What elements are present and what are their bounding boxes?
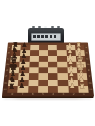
coord-label: 7	[20, 93, 24, 96]
square-h6	[27, 86, 37, 93]
coord-label: C	[6, 58, 10, 60]
coord-label: G	[88, 82, 92, 85]
chess-set-photo: 87654321AABBCCDDEEFFGGHH ♜♟♟♜♞♟♟♞♝♟♟♝♛♟♟…	[0, 0, 95, 126]
clock-button	[38, 26, 41, 28]
clock-button	[32, 26, 35, 28]
coord-label: H	[2, 88, 6, 91]
square-h1	[77, 86, 88, 93]
clock-button	[44, 26, 47, 28]
coord-label: 2	[71, 93, 75, 96]
board: 87654321AABBCCDDEEFFGGHH	[2, 43, 94, 96]
coord-label: 4	[51, 93, 55, 96]
clock-button	[57, 26, 60, 28]
clock-button	[51, 26, 54, 28]
square-h4	[48, 86, 58, 93]
coord-label: F	[4, 75, 8, 77]
coord-label: G	[3, 82, 7, 85]
coord-label: A	[84, 47, 88, 49]
board-scene: 87654321AABBCCDDEEFFGGHH	[1, 44, 94, 96]
coord-label: 6	[30, 93, 34, 96]
coord-label: 5	[40, 93, 44, 96]
square-h7	[17, 86, 28, 93]
square-h2	[67, 86, 78, 93]
coord-label: 3	[61, 93, 65, 96]
coord-label: E	[5, 69, 9, 71]
coord-label: 1	[81, 93, 85, 96]
coord-label: B	[85, 52, 89, 54]
coord-label: D	[5, 63, 9, 65]
coord-label: D	[86, 63, 90, 65]
square-h3	[57, 86, 67, 93]
coord-label: 8	[10, 93, 14, 96]
clock-display-segments	[33, 35, 59, 38]
coord-label: H	[88, 88, 92, 91]
square-h5	[37, 86, 47, 93]
square-h8	[7, 86, 18, 93]
coord-label: C	[85, 58, 89, 60]
clock-display	[31, 33, 61, 41]
coord-label: A	[7, 47, 11, 49]
coord-label: B	[7, 52, 11, 54]
coord-label: E	[86, 69, 90, 71]
coord-label: F	[87, 75, 91, 77]
